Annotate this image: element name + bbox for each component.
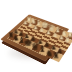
- square-a8: ♜: [52, 53, 63, 63]
- piece-white-pawn: ♟: [65, 37, 70, 43]
- piece-black-rook: ♜: [53, 52, 60, 60]
- piece-white-pawn: ♟: [39, 27, 44, 33]
- piece-white-pawn: ♟: [52, 32, 57, 38]
- piece-white-pawn: ♟: [59, 34, 64, 40]
- piece-white-pawn: ♟: [46, 29, 51, 35]
- piece-white-pawn: ♟: [28, 22, 33, 27]
- chess-set-photo: ♜♞♝♚♛♝♞♜♟♟♟♟♟♟♟♟♟♟♟♟♟♟♟♟♜♞♝♚♛♝♞♜: [0, 0, 72, 72]
- piece-white-pawn: ♟: [33, 24, 38, 30]
